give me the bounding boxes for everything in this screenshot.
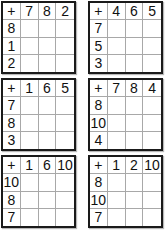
answer-cell[interactable] <box>108 192 126 209</box>
row-header-cell: 10 <box>90 192 108 209</box>
answer-cell[interactable] <box>126 97 144 114</box>
answer-cell[interactable] <box>21 55 39 72</box>
answer-cell[interactable] <box>108 132 126 149</box>
col-header-cell: 4 <box>143 80 161 97</box>
answer-cell[interactable] <box>56 192 74 209</box>
answer-cell[interactable] <box>143 115 161 132</box>
answer-cell[interactable] <box>21 115 39 132</box>
addition-grid-1: +782812 <box>1 1 76 74</box>
answer-cell[interactable] <box>108 55 126 72</box>
answer-cell[interactable] <box>21 209 39 226</box>
answer-cell[interactable] <box>39 174 57 191</box>
row-header-cell: 7 <box>3 97 21 114</box>
col-header-cell: 1 <box>21 80 39 97</box>
answer-cell[interactable] <box>143 38 161 55</box>
col-header-cell: 10 <box>56 157 74 174</box>
answer-cell[interactable] <box>143 174 161 191</box>
answer-cell[interactable] <box>126 115 144 132</box>
col-header-cell: 1 <box>108 157 126 174</box>
worksheet: +782812 +465753 +165783 +7848104 +161010… <box>0 0 165 230</box>
answer-cell[interactable] <box>143 192 161 209</box>
answer-cell[interactable] <box>143 97 161 114</box>
answer-cell[interactable] <box>56 115 74 132</box>
row-header-cell: 8 <box>3 20 21 37</box>
row-header-cell: 5 <box>90 38 108 55</box>
row-header-cell: 10 <box>3 174 21 191</box>
addition-grid-5: +16101087 <box>1 155 76 228</box>
answer-cell[interactable] <box>108 209 126 226</box>
row-header-cell: 3 <box>90 55 108 72</box>
plus-operator-cell: + <box>3 3 21 20</box>
row-header-cell: 10 <box>90 115 108 132</box>
answer-cell[interactable] <box>108 38 126 55</box>
answer-cell[interactable] <box>39 20 57 37</box>
plus-operator-cell: + <box>90 3 108 20</box>
answer-cell[interactable] <box>21 174 39 191</box>
row-header-cell: 8 <box>3 115 21 132</box>
addition-grid-6: +12108107 <box>88 155 163 228</box>
answer-cell[interactable] <box>39 38 57 55</box>
answer-cell[interactable] <box>39 115 57 132</box>
plus-operator-cell: + <box>3 80 21 97</box>
answer-cell[interactable] <box>39 55 57 72</box>
row-header-cell: 1 <box>3 38 21 55</box>
answer-cell[interactable] <box>108 97 126 114</box>
answer-cell[interactable] <box>108 115 126 132</box>
answer-cell[interactable] <box>143 132 161 149</box>
answer-cell[interactable] <box>56 209 74 226</box>
answer-cell[interactable] <box>56 132 74 149</box>
row-header-cell: 2 <box>3 55 21 72</box>
answer-cell[interactable] <box>143 55 161 72</box>
row-header-cell: 4 <box>90 132 108 149</box>
plus-operator-cell: + <box>90 157 108 174</box>
row-header-cell: 7 <box>90 20 108 37</box>
answer-cell[interactable] <box>21 20 39 37</box>
row-header-cell: 8 <box>3 192 21 209</box>
row-header-cell: 8 <box>90 97 108 114</box>
answer-cell[interactable] <box>126 174 144 191</box>
answer-cell[interactable] <box>126 20 144 37</box>
col-header-cell: 1 <box>21 157 39 174</box>
row-header-cell: 8 <box>90 174 108 191</box>
answer-cell[interactable] <box>21 38 39 55</box>
answer-cell[interactable] <box>143 209 161 226</box>
row-header-cell: 3 <box>3 132 21 149</box>
answer-cell[interactable] <box>21 132 39 149</box>
row-header-cell: 7 <box>90 209 108 226</box>
answer-cell[interactable] <box>39 132 57 149</box>
answer-cell[interactable] <box>56 174 74 191</box>
plus-operator-cell: + <box>3 157 21 174</box>
col-header-cell: 5 <box>56 80 74 97</box>
answer-cell[interactable] <box>126 192 144 209</box>
col-header-cell: 6 <box>126 3 144 20</box>
answer-cell[interactable] <box>56 55 74 72</box>
plus-operator-cell: + <box>90 80 108 97</box>
answer-cell[interactable] <box>39 97 57 114</box>
answer-cell[interactable] <box>56 20 74 37</box>
answer-cell[interactable] <box>108 20 126 37</box>
col-header-cell: 6 <box>39 157 57 174</box>
col-header-cell: 8 <box>126 80 144 97</box>
answer-cell[interactable] <box>39 192 57 209</box>
col-header-cell: 5 <box>143 3 161 20</box>
answer-cell[interactable] <box>126 55 144 72</box>
col-header-cell: 10 <box>143 157 161 174</box>
col-header-cell: 4 <box>108 3 126 20</box>
answer-cell[interactable] <box>56 38 74 55</box>
col-header-cell: 2 <box>126 157 144 174</box>
answer-cell[interactable] <box>143 20 161 37</box>
answer-cell[interactable] <box>21 97 39 114</box>
answer-cell[interactable] <box>56 97 74 114</box>
answer-cell[interactable] <box>126 132 144 149</box>
answer-cell[interactable] <box>21 192 39 209</box>
row-header-cell: 7 <box>3 209 21 226</box>
col-header-cell: 8 <box>39 3 57 20</box>
addition-grid-3: +165783 <box>1 78 76 151</box>
col-header-cell: 7 <box>108 80 126 97</box>
col-header-cell: 6 <box>39 80 57 97</box>
answer-cell[interactable] <box>126 38 144 55</box>
answer-cell[interactable] <box>126 209 144 226</box>
addition-grid-2: +465753 <box>88 1 163 74</box>
col-header-cell: 2 <box>56 3 74 20</box>
answer-cell[interactable] <box>108 174 126 191</box>
col-header-cell: 7 <box>21 3 39 20</box>
addition-grid-4: +7848104 <box>88 78 163 151</box>
answer-cell[interactable] <box>39 209 57 226</box>
